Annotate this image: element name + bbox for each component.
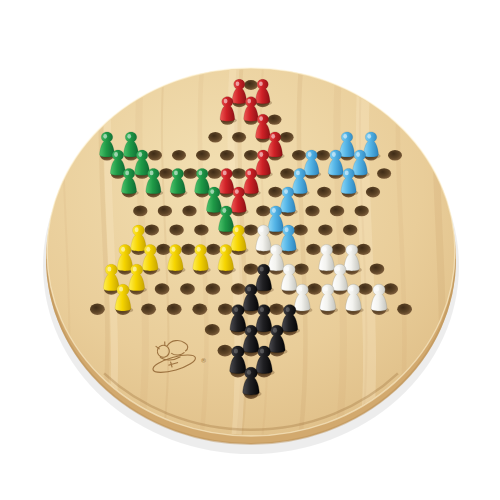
peg-highlight	[272, 247, 276, 252]
peg-highlight	[348, 247, 352, 252]
peg-highlight	[296, 171, 300, 176]
hole-r3-c1[interactable]	[232, 132, 246, 142]
peg-highlight	[260, 267, 264, 272]
hole-r9-c1[interactable]	[156, 244, 171, 255]
peg-highlight	[247, 370, 251, 375]
hole-r4-c12[interactable]	[388, 150, 402, 160]
peg-highlight	[260, 227, 264, 232]
hole-r12-c7[interactable]	[269, 304, 284, 315]
hole-r9-c2[interactable]	[181, 244, 196, 255]
hole-r4-c3[interactable]	[172, 150, 186, 160]
peg-highlight	[336, 267, 340, 272]
hole-r14-c0[interactable]	[218, 345, 233, 357]
hole-r12-c3[interactable]	[167, 304, 182, 315]
hole-r7-c2[interactable]	[182, 205, 196, 216]
hole-r7-c8[interactable]	[330, 205, 344, 216]
hole-r4-c5[interactable]	[220, 150, 234, 160]
peg-highlight	[349, 287, 353, 292]
peg-highlight	[135, 227, 139, 232]
hole-r8-c7[interactable]	[318, 225, 332, 236]
hole-r7-c9[interactable]	[355, 205, 369, 216]
peg-highlight	[236, 81, 240, 86]
hole-r11-c4[interactable]	[206, 283, 221, 294]
hole-r5-c4[interactable]	[208, 168, 222, 179]
hole-r4-c2[interactable]	[148, 150, 162, 160]
peg-highlight	[375, 287, 379, 292]
product-photo-stage: ®	[0, 0, 500, 500]
hole-r12-c4[interactable]	[192, 304, 207, 315]
peg-highlight	[138, 152, 142, 157]
hole-r11-c8[interactable]	[307, 283, 322, 294]
peg-highlight	[260, 307, 264, 312]
peg-highlight	[247, 99, 251, 104]
peg-highlight	[247, 171, 251, 176]
hole-r11-c2[interactable]	[155, 283, 170, 294]
hole-r4-c4[interactable]	[196, 150, 210, 160]
peg-highlight	[174, 171, 178, 176]
hole-r5-c2[interactable]	[159, 168, 173, 179]
peg-highlight	[224, 99, 228, 104]
peg-highlight	[235, 189, 239, 194]
hole-r9-c8[interactable]	[331, 244, 346, 255]
peg-highlight	[356, 152, 360, 157]
peg-highlight	[323, 247, 327, 252]
peg-highlight	[198, 171, 202, 176]
hole-r6-c6[interactable]	[268, 187, 282, 198]
peg-highlight	[260, 348, 264, 353]
peg-highlight	[119, 287, 123, 292]
hole-r5-c3[interactable]	[183, 168, 197, 179]
hole-r11-c5[interactable]	[231, 283, 246, 294]
peg-highlight	[345, 171, 349, 176]
hole-r5-c7[interactable]	[280, 168, 294, 179]
peg-highlight	[247, 328, 251, 333]
hole-r10-c10[interactable]	[370, 263, 385, 274]
peg-highlight	[272, 208, 276, 213]
hole-r11-c3[interactable]	[180, 283, 195, 294]
peg-highlight	[273, 328, 277, 333]
peg-highlight	[259, 152, 263, 157]
peg-highlight	[247, 287, 251, 292]
peg-highlight	[103, 134, 107, 139]
hole-r10-c5[interactable]	[244, 263, 259, 274]
peg-highlight	[259, 81, 263, 86]
hole-r5-c11[interactable]	[377, 168, 391, 179]
peg-highlight	[332, 152, 336, 157]
hole-r4-c6[interactable]	[244, 150, 258, 160]
hole-r6-c10[interactable]	[366, 187, 380, 198]
hole-r8-c8[interactable]	[343, 225, 357, 236]
hole-r4-c8[interactable]	[292, 150, 306, 160]
peg-highlight	[324, 287, 328, 292]
hole-r11-c10[interactable]	[358, 283, 373, 294]
hole-r8-c6[interactable]	[293, 225, 307, 236]
hole-r8-c0[interactable]	[145, 225, 159, 236]
peg-highlight	[298, 287, 302, 292]
hole-r12-c0[interactable]	[90, 304, 105, 315]
hole-r8-c1[interactable]	[169, 225, 183, 236]
hole-r12-c12[interactable]	[397, 304, 412, 315]
peg-highlight	[285, 227, 289, 232]
peg-highlight	[222, 208, 226, 213]
hole-r12-c5[interactable]	[218, 304, 233, 315]
hole-r7-c5[interactable]	[256, 205, 270, 216]
hole-r13-c0[interactable]	[205, 324, 220, 336]
hole-r9-c9[interactable]	[356, 244, 371, 255]
peg-highlight	[150, 171, 154, 176]
peg-highlight	[223, 171, 227, 176]
peg-highlight	[234, 307, 238, 312]
peg-highlight	[286, 307, 290, 312]
peg-highlight	[271, 134, 275, 139]
peg-highlight	[210, 189, 214, 194]
hole-r11-c11[interactable]	[383, 283, 398, 294]
hole-r7-c1[interactable]	[158, 205, 172, 216]
peg-highlight	[133, 267, 137, 272]
peg-highlight	[367, 134, 371, 139]
hole-r3-c0[interactable]	[208, 132, 222, 142]
peg-highlight	[284, 189, 288, 194]
peg-highlight	[114, 152, 118, 157]
peg-highlight	[285, 267, 289, 272]
hole-r8-c4[interactable]	[244, 225, 258, 236]
peg-highlight	[172, 247, 176, 252]
hole-r9-c7[interactable]	[306, 244, 321, 255]
peg-highlight	[259, 116, 263, 121]
hole-r5-c5[interactable]	[232, 168, 246, 179]
hole-r3-c3[interactable]	[280, 132, 294, 142]
hole-r7-c0[interactable]	[133, 205, 147, 216]
peg-highlight	[127, 134, 131, 139]
peg-highlight	[146, 247, 150, 252]
peg-highlight	[107, 267, 111, 272]
hole-r6-c8[interactable]	[317, 187, 331, 198]
hole-r8-c2[interactable]	[194, 225, 208, 236]
hole-r4-c9[interactable]	[316, 150, 330, 160]
hole-r9-c3[interactable]	[206, 244, 221, 255]
chinese-checkers-board: ®	[0, 0, 500, 500]
peg-highlight	[222, 247, 226, 252]
hole-r2-c2[interactable]	[268, 114, 282, 124]
hole-r12-c2[interactable]	[141, 304, 156, 315]
peg-highlight	[234, 348, 238, 353]
peg-highlight	[121, 247, 125, 252]
hole-r7-c7[interactable]	[305, 205, 319, 216]
peg-highlight	[197, 247, 201, 252]
hole-r0-c0[interactable]	[244, 80, 258, 90]
hole-r10-c7[interactable]	[294, 263, 309, 274]
peg-highlight	[125, 171, 129, 176]
peg-highlight	[235, 227, 239, 232]
peg-highlight	[308, 152, 312, 157]
peg-highlight	[343, 134, 347, 139]
